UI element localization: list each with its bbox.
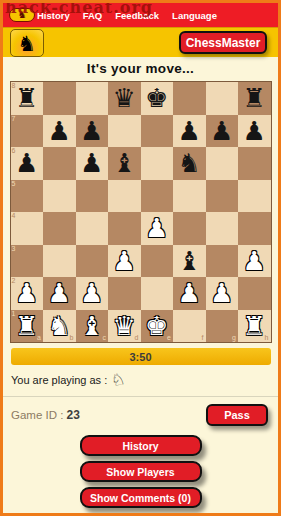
file-label: f — [202, 334, 204, 342]
square-h1[interactable]: h♜ — [238, 310, 271, 343]
history-button[interactable]: History — [80, 435, 202, 456]
square-e8[interactable]: ♚ — [141, 82, 174, 115]
piece-black-pawn: ♟ — [76, 147, 109, 180]
timer-bar: 3:50 — [11, 348, 271, 365]
piece-white-pawn: ♟ — [141, 212, 174, 245]
square-b3[interactable] — [43, 245, 76, 278]
show-players-button[interactable]: Show Players — [80, 461, 202, 482]
square-c2[interactable]: ♟ — [76, 277, 109, 310]
game-id-label: Game ID : 23 — [11, 408, 80, 422]
square-d2[interactable] — [108, 277, 141, 310]
square-g6[interactable] — [206, 147, 239, 180]
game-id-value: 23 — [67, 408, 80, 422]
chess-board: 8♜♛♚♜7♟♟♟♟♟6♟♟♝♞54♟3♟♝♟2♟♟♟♟♟1a♜b♞c♝d♛e♚… — [10, 81, 272, 343]
square-b4[interactable] — [43, 212, 76, 245]
square-c8[interactable] — [76, 82, 109, 115]
square-g7[interactable]: ♟ — [206, 115, 239, 148]
app-logo: ♞ — [10, 29, 44, 57]
menu-item-language[interactable]: Language — [172, 10, 217, 21]
square-e3[interactable] — [141, 245, 174, 278]
rank-label: 6 — [12, 147, 16, 155]
square-b7[interactable]: ♟ — [43, 115, 76, 148]
app-header: ♞ ChessMaster — [3, 27, 278, 57]
square-g1[interactable]: g — [206, 310, 239, 343]
square-f7[interactable]: ♟ — [173, 115, 206, 148]
square-a7[interactable]: 7 — [11, 115, 44, 148]
menu-item-faq[interactable]: FAQ — [83, 10, 103, 21]
piece-black-queen: ♛ — [108, 82, 141, 115]
square-b2[interactable]: ♟ — [43, 277, 76, 310]
square-a5[interactable]: 5 — [11, 180, 44, 213]
piece-black-king: ♚ — [141, 82, 174, 115]
square-f6[interactable]: ♞ — [173, 147, 206, 180]
piece-black-knight: ♞ — [173, 147, 206, 180]
rank-label: 4 — [12, 212, 16, 220]
piece-black-pawn: ♟ — [238, 115, 271, 148]
square-a8[interactable]: 8♜ — [11, 82, 44, 115]
rank-label: 3 — [12, 245, 16, 253]
square-f4[interactable] — [173, 212, 206, 245]
square-h4[interactable] — [238, 212, 271, 245]
square-h2[interactable] — [238, 277, 271, 310]
rank-label: 5 — [12, 180, 16, 188]
square-b1[interactable]: b♞ — [43, 310, 76, 343]
rank-label: 1 — [12, 310, 16, 318]
square-a1[interactable]: 1a♜ — [11, 310, 44, 343]
square-e2[interactable] — [141, 277, 174, 310]
square-g2[interactable]: ♟ — [206, 277, 239, 310]
square-e5[interactable] — [141, 180, 174, 213]
playing-as-row: You are playing as : ♘ — [11, 372, 278, 388]
file-label: d — [135, 334, 139, 342]
square-d1[interactable]: d♛ — [108, 310, 141, 343]
piece-white-pawn: ♟ — [76, 277, 109, 310]
square-b8[interactable] — [43, 82, 76, 115]
square-a2[interactable]: 2♟ — [11, 277, 44, 310]
square-d6[interactable]: ♝ — [108, 147, 141, 180]
square-b6[interactable] — [43, 147, 76, 180]
piece-black-pawn: ♟ — [173, 115, 206, 148]
piece-black-pawn: ♟ — [206, 115, 239, 148]
square-h5[interactable] — [238, 180, 271, 213]
square-b5[interactable] — [43, 180, 76, 213]
square-d7[interactable] — [108, 115, 141, 148]
square-c5[interactable] — [76, 180, 109, 213]
game-id-caption: Game ID : — [11, 409, 63, 421]
file-label: c — [103, 334, 107, 342]
square-f3[interactable]: ♝ — [173, 245, 206, 278]
file-label: e — [167, 334, 171, 342]
square-c1[interactable]: c♝ — [76, 310, 109, 343]
top-menu-bar: ♞ History FAQ Feedback Language — [3, 3, 278, 27]
square-a3[interactable]: 3 — [11, 245, 44, 278]
rank-label: 2 — [12, 277, 16, 285]
piece-black-bishop: ♝ — [173, 245, 206, 278]
piece-white-pawn: ♟ — [43, 277, 76, 310]
file-label: a — [37, 334, 41, 342]
divider — [3, 396, 278, 397]
rank-label: 7 — [12, 115, 16, 123]
square-f5[interactable] — [173, 180, 206, 213]
menu-item-history[interactable]: History — [37, 10, 70, 21]
mini-knight-icon: ♞ — [18, 10, 27, 20]
square-h3[interactable]: ♟ — [238, 245, 271, 278]
menu-item-feedback[interactable]: Feedback — [115, 10, 159, 21]
file-label: b — [70, 334, 74, 342]
piece-black-pawn: ♟ — [76, 115, 109, 148]
square-f8[interactable] — [173, 82, 206, 115]
knight-logo-icon: ♞ — [18, 33, 37, 54]
square-g3[interactable] — [206, 245, 239, 278]
piece-white-pawn: ♟ — [173, 277, 206, 310]
square-g5[interactable] — [206, 180, 239, 213]
show-comments-button[interactable]: Show Comments (0) — [80, 487, 202, 508]
rank-label: 8 — [12, 82, 16, 90]
piece-white-pawn: ♟ — [108, 245, 141, 278]
game-id-row: Game ID : 23 Pass — [11, 404, 268, 426]
square-h8[interactable]: ♜ — [238, 82, 271, 115]
square-g4[interactable] — [206, 212, 239, 245]
turn-banner: It's your move... — [3, 57, 278, 80]
square-f2[interactable]: ♟ — [173, 277, 206, 310]
menu-logo-badge[interactable]: ♞ — [9, 8, 35, 22]
square-f1[interactable]: f — [173, 310, 206, 343]
square-a4[interactable]: 4 — [11, 212, 44, 245]
file-label: h — [265, 334, 269, 342]
piece-black-bishop: ♝ — [108, 147, 141, 180]
piece-black-rook: ♜ — [238, 82, 271, 115]
square-d8[interactable]: ♛ — [108, 82, 141, 115]
action-button-stack: History Show Players Show Comments (0) — [3, 435, 278, 508]
piece-white-pawn: ♟ — [206, 277, 239, 310]
square-d4[interactable] — [108, 212, 141, 245]
white-knight-icon: ♘ — [110, 371, 126, 389]
file-label: g — [232, 334, 236, 342]
piece-black-pawn: ♟ — [43, 115, 76, 148]
square-c3[interactable] — [76, 245, 109, 278]
square-e7[interactable] — [141, 115, 174, 148]
pass-button[interactable]: Pass — [206, 404, 268, 426]
piece-white-pawn: ♟ — [238, 245, 271, 278]
square-h6[interactable] — [238, 147, 271, 180]
app-window: ♞ History FAQ Feedback Language hack-che… — [0, 0, 281, 516]
square-c7[interactable]: ♟ — [76, 115, 109, 148]
square-g8[interactable] — [206, 82, 239, 115]
square-c6[interactable]: ♟ — [76, 147, 109, 180]
square-a6[interactable]: 6♟ — [11, 147, 44, 180]
square-d5[interactable] — [108, 180, 141, 213]
square-e4[interactable]: ♟ — [141, 212, 174, 245]
chessmaster-button[interactable]: ChessMaster — [179, 31, 267, 54]
square-e1[interactable]: e♚ — [141, 310, 174, 343]
square-h7[interactable]: ♟ — [238, 115, 271, 148]
playing-as-label: You are playing as : — [11, 374, 107, 386]
square-e6[interactable] — [141, 147, 174, 180]
square-c4[interactable] — [76, 212, 109, 245]
square-d3[interactable]: ♟ — [108, 245, 141, 278]
